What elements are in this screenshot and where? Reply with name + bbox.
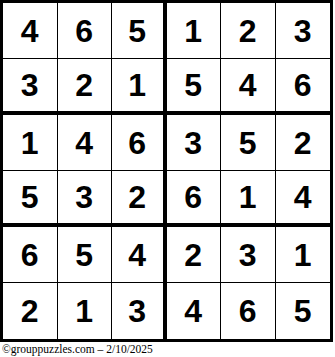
cell-r3c4: 3 <box>167 115 222 171</box>
cell-r1c6: 3 <box>276 3 331 59</box>
cell-r4c6: 4 <box>276 171 331 227</box>
cell-r6c3: 3 <box>112 283 167 339</box>
cell-r3c1: 1 <box>3 115 58 171</box>
cell-r6c2: 1 <box>58 283 113 339</box>
cell-r1c4: 1 <box>167 3 222 59</box>
cell-r2c2: 2 <box>58 59 113 115</box>
cell-r1c2: 6 <box>58 3 113 59</box>
cell-r4c1: 5 <box>3 171 58 227</box>
cell-r2c4: 5 <box>167 59 222 115</box>
cell-r6c1: 2 <box>3 283 58 339</box>
cell-r3c6: 2 <box>276 115 331 171</box>
cell-r4c2: 3 <box>58 171 113 227</box>
sudoku-board: 465123321546146352532614654231213465 <box>0 0 333 342</box>
copyright-credit: ©grouppuzzles.com – 2/10/2025 <box>2 343 153 355</box>
cell-r2c5: 4 <box>221 59 276 115</box>
cell-r1c3: 5 <box>112 3 167 59</box>
cell-r1c5: 2 <box>221 3 276 59</box>
cell-r5c2: 5 <box>58 227 113 283</box>
cell-r5c4: 2 <box>167 227 222 283</box>
cell-r5c3: 4 <box>112 227 167 283</box>
cell-r1c1: 4 <box>3 3 58 59</box>
cell-r5c1: 6 <box>3 227 58 283</box>
cell-r6c4: 4 <box>167 283 222 339</box>
cell-r6c5: 6 <box>221 283 276 339</box>
cell-r6c6: 5 <box>276 283 331 339</box>
sudoku-answer-page: 465123321546146352532614654231213465 ©gr… <box>0 0 335 357</box>
cell-r4c4: 6 <box>167 171 222 227</box>
cell-r2c1: 3 <box>3 59 58 115</box>
cell-r3c2: 4 <box>58 115 113 171</box>
cell-r2c3: 1 <box>112 59 167 115</box>
cell-r4c3: 2 <box>112 171 167 227</box>
cell-r2c6: 6 <box>276 59 331 115</box>
cell-r3c3: 6 <box>112 115 167 171</box>
cell-r5c6: 1 <box>276 227 331 283</box>
cell-r5c5: 3 <box>221 227 276 283</box>
cell-r3c5: 5 <box>221 115 276 171</box>
cell-r4c5: 1 <box>221 171 276 227</box>
